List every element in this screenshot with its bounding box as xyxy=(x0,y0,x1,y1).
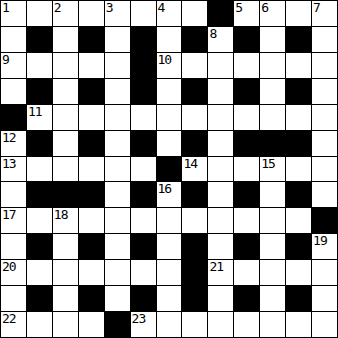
black-cell-r7c9 xyxy=(234,182,259,207)
cell-r4c7[interactable] xyxy=(182,105,207,130)
black-cell-r7c1 xyxy=(27,182,52,207)
cell-r9c6[interactable] xyxy=(157,234,182,259)
cell-r2c12[interactable] xyxy=(312,53,337,78)
clue-number-21: 21 xyxy=(209,260,223,273)
cell-r7c12[interactable] xyxy=(312,182,337,207)
clue-number-10: 10 xyxy=(158,53,172,66)
cell-r5c6[interactable] xyxy=(157,131,182,156)
cell-r12c11[interactable] xyxy=(286,312,311,337)
cell-r1c10[interactable] xyxy=(260,27,285,52)
cell-r3c2[interactable] xyxy=(53,79,78,104)
cell-r8c2[interactable]: 18 xyxy=(53,208,78,233)
cell-r8c0[interactable]: 17 xyxy=(1,208,26,233)
black-cell-r1c11 xyxy=(286,27,311,52)
black-cell-r11c1 xyxy=(27,286,52,311)
crossword-board: 1234567891011121314151617181920212223 xyxy=(0,0,338,338)
cell-r6c3[interactable] xyxy=(79,157,104,182)
cell-r4c5[interactable] xyxy=(131,105,156,130)
cell-r8c9[interactable] xyxy=(234,208,259,233)
black-cell-r3c3 xyxy=(79,79,104,104)
cell-r8c7[interactable] xyxy=(182,208,207,233)
cell-r5c4[interactable] xyxy=(105,131,130,156)
cell-r11c4[interactable] xyxy=(105,286,130,311)
cell-r7c10[interactable] xyxy=(260,182,285,207)
cell-r9c4[interactable] xyxy=(105,234,130,259)
cell-r4c11[interactable] xyxy=(286,105,311,130)
black-cell-r9c7 xyxy=(182,234,207,259)
black-cell-r5c11 xyxy=(286,131,311,156)
cell-r2c0[interactable]: 9 xyxy=(1,53,26,78)
clue-number-11: 11 xyxy=(28,105,42,118)
cell-r10c10[interactable] xyxy=(260,260,285,285)
cell-r12c3[interactable] xyxy=(79,312,104,337)
cell-r11c12[interactable] xyxy=(312,286,337,311)
cell-r0c6[interactable]: 4 xyxy=(157,1,182,26)
black-cell-r9c1 xyxy=(27,234,52,259)
black-cell-r1c9 xyxy=(234,27,259,52)
cell-r7c4[interactable] xyxy=(105,182,130,207)
black-cell-r7c7 xyxy=(182,182,207,207)
clue-number-23: 23 xyxy=(132,312,146,325)
black-cell-r7c2 xyxy=(53,182,78,207)
cell-r7c0[interactable] xyxy=(1,182,26,207)
cell-r8c1[interactable] xyxy=(27,208,52,233)
cell-r10c0[interactable]: 20 xyxy=(1,260,26,285)
cell-r12c1[interactable] xyxy=(27,312,52,337)
black-cell-r3c9 xyxy=(234,79,259,104)
cell-r5c2[interactable] xyxy=(53,131,78,156)
black-cell-r9c11 xyxy=(286,234,311,259)
cell-r9c0[interactable] xyxy=(1,234,26,259)
cell-r0c4[interactable]: 3 xyxy=(105,1,130,26)
black-cell-r9c9 xyxy=(234,234,259,259)
cell-r12c8[interactable] xyxy=(208,312,233,337)
black-cell-r3c7 xyxy=(182,79,207,104)
cell-r11c0[interactable] xyxy=(1,286,26,311)
cell-r10c9[interactable] xyxy=(234,260,259,285)
cell-r2c4[interactable] xyxy=(105,53,130,78)
black-cell-r5c10 xyxy=(260,131,285,156)
cell-r2c9[interactable] xyxy=(234,53,259,78)
cell-r2c1[interactable] xyxy=(27,53,52,78)
clue-number-7: 7 xyxy=(313,1,320,14)
clue-number-8: 8 xyxy=(209,27,216,40)
cell-r3c10[interactable] xyxy=(260,79,285,104)
cell-r4c1[interactable]: 11 xyxy=(27,105,52,130)
cell-r2c11[interactable] xyxy=(286,53,311,78)
cell-r6c10[interactable]: 15 xyxy=(260,157,285,182)
cell-r2c10[interactable] xyxy=(260,53,285,78)
black-cell-r7c3 xyxy=(79,182,104,207)
black-cell-r1c5 xyxy=(131,27,156,52)
cell-r0c2[interactable]: 2 xyxy=(53,1,78,26)
black-cell-r1c7 xyxy=(182,27,207,52)
black-cell-r4c0 xyxy=(1,105,26,130)
cell-r10c6[interactable] xyxy=(157,260,182,285)
black-cell-r1c3 xyxy=(79,27,104,52)
clue-number-14: 14 xyxy=(183,157,197,170)
clue-number-13: 13 xyxy=(2,157,16,170)
cell-r8c11[interactable] xyxy=(286,208,311,233)
clue-number-18: 18 xyxy=(54,208,68,221)
black-cell-r9c3 xyxy=(79,234,104,259)
clue-number-3: 3 xyxy=(106,1,113,14)
cell-r4c10[interactable] xyxy=(260,105,285,130)
cell-r0c10[interactable]: 6 xyxy=(260,1,285,26)
cell-r12c7[interactable] xyxy=(182,312,207,337)
cell-r6c9[interactable] xyxy=(234,157,259,182)
black-cell-r5c3 xyxy=(79,131,104,156)
cell-r1c8[interactable]: 8 xyxy=(208,27,233,52)
cell-r6c2[interactable] xyxy=(53,157,78,182)
cell-r4c8[interactable] xyxy=(208,105,233,130)
cell-r6c4[interactable] xyxy=(105,157,130,182)
cell-r0c9[interactable]: 5 xyxy=(234,1,259,26)
black-cell-r10c7 xyxy=(182,260,207,285)
cell-r10c2[interactable] xyxy=(53,260,78,285)
black-cell-r11c11 xyxy=(286,286,311,311)
cell-r2c3[interactable] xyxy=(79,53,104,78)
cell-r2c2[interactable] xyxy=(53,53,78,78)
cell-r10c8[interactable]: 21 xyxy=(208,260,233,285)
clue-number-2: 2 xyxy=(54,1,61,14)
black-cell-r1c1 xyxy=(27,27,52,52)
cell-r5c0[interactable]: 12 xyxy=(1,131,26,156)
cell-r12c2[interactable] xyxy=(53,312,78,337)
cell-r6c11[interactable] xyxy=(286,157,311,182)
clue-number-16: 16 xyxy=(158,182,172,195)
cell-r12c6[interactable] xyxy=(157,312,182,337)
cell-r10c3[interactable] xyxy=(79,260,104,285)
cell-r2c7[interactable] xyxy=(182,53,207,78)
black-cell-r6c6 xyxy=(157,157,182,182)
clue-number-6: 6 xyxy=(261,1,268,14)
clue-number-20: 20 xyxy=(2,260,16,273)
cell-r8c8[interactable] xyxy=(208,208,233,233)
cell-r3c0[interactable] xyxy=(1,79,26,104)
cell-r10c12[interactable] xyxy=(312,260,337,285)
cell-r1c6[interactable] xyxy=(157,27,182,52)
cell-r6c5[interactable] xyxy=(131,157,156,182)
cell-r9c8[interactable] xyxy=(208,234,233,259)
cell-r6c12[interactable] xyxy=(312,157,337,182)
black-cell-r11c5 xyxy=(131,286,156,311)
cell-r4c3[interactable] xyxy=(79,105,104,130)
cell-r6c0[interactable]: 13 xyxy=(1,157,26,182)
cell-r5c8[interactable] xyxy=(208,131,233,156)
cell-r1c4[interactable] xyxy=(105,27,130,52)
black-cell-r11c3 xyxy=(79,286,104,311)
black-cell-r3c5 xyxy=(131,79,156,104)
black-cell-r11c9 xyxy=(234,286,259,311)
black-cell-r0c8 xyxy=(208,1,233,26)
cell-r0c3[interactable] xyxy=(79,1,104,26)
cell-r0c5[interactable] xyxy=(131,1,156,26)
black-cell-r5c5 xyxy=(131,131,156,156)
cell-r3c6[interactable] xyxy=(157,79,182,104)
cell-r12c5[interactable]: 23 xyxy=(131,312,156,337)
cell-r0c0[interactable]: 1 xyxy=(1,1,26,26)
cell-r9c2[interactable] xyxy=(53,234,78,259)
cell-r8c6[interactable] xyxy=(157,208,182,233)
black-cell-r8c12 xyxy=(312,208,337,233)
cell-r4c6[interactable] xyxy=(157,105,182,130)
clue-number-12: 12 xyxy=(2,131,16,144)
clue-number-15: 15 xyxy=(261,157,275,170)
black-cell-r12c4 xyxy=(105,312,130,337)
cell-r4c2[interactable] xyxy=(53,105,78,130)
cell-r0c11[interactable] xyxy=(286,1,311,26)
cell-r8c3[interactable] xyxy=(79,208,104,233)
cell-r4c4[interactable] xyxy=(105,105,130,130)
cell-r11c2[interactable] xyxy=(53,286,78,311)
black-cell-r3c1 xyxy=(27,79,52,104)
cell-r2c8[interactable] xyxy=(208,53,233,78)
black-cell-r5c9 xyxy=(234,131,259,156)
clue-number-22: 22 xyxy=(2,312,16,325)
cell-r7c8[interactable] xyxy=(208,182,233,207)
cell-r0c1[interactable] xyxy=(27,1,52,26)
cell-r8c10[interactable] xyxy=(260,208,285,233)
cell-r11c8[interactable] xyxy=(208,286,233,311)
black-cell-r7c5 xyxy=(131,182,156,207)
black-cell-r9c5 xyxy=(131,234,156,259)
cell-r1c12[interactable] xyxy=(312,27,337,52)
cell-r8c4[interactable] xyxy=(105,208,130,233)
cell-r9c12[interactable]: 19 xyxy=(312,234,337,259)
cell-r9c10[interactable] xyxy=(260,234,285,259)
cell-r3c4[interactable] xyxy=(105,79,130,104)
black-cell-r2c5 xyxy=(131,53,156,78)
black-cell-r11c7 xyxy=(182,286,207,311)
black-cell-r5c7 xyxy=(182,131,207,156)
cell-r3c8[interactable] xyxy=(208,79,233,104)
cell-r10c4[interactable] xyxy=(105,260,130,285)
cell-r0c12[interactable]: 7 xyxy=(312,1,337,26)
cell-r1c0[interactable] xyxy=(1,27,26,52)
cell-r10c11[interactable] xyxy=(286,260,311,285)
clue-number-5: 5 xyxy=(235,1,242,14)
cell-r6c1[interactable] xyxy=(27,157,52,182)
cell-r3c12[interactable] xyxy=(312,79,337,104)
cell-r6c8[interactable] xyxy=(208,157,233,182)
cell-r10c5[interactable] xyxy=(131,260,156,285)
cell-r4c12[interactable] xyxy=(312,105,337,130)
cell-r12c12[interactable] xyxy=(312,312,337,337)
cell-r1c2[interactable] xyxy=(53,27,78,52)
cell-r7c6[interactable]: 16 xyxy=(157,182,182,207)
clue-number-17: 17 xyxy=(2,208,16,221)
black-cell-r7c11 xyxy=(286,182,311,207)
cell-r10c1[interactable] xyxy=(27,260,52,285)
black-cell-r3c11 xyxy=(286,79,311,104)
clue-number-4: 4 xyxy=(158,1,165,14)
cell-r11c6[interactable] xyxy=(157,286,182,311)
cell-r12c9[interactable] xyxy=(234,312,259,337)
cell-r2c6[interactable]: 10 xyxy=(157,53,182,78)
cell-r6c7[interactable]: 14 xyxy=(182,157,207,182)
clue-number-1: 1 xyxy=(2,1,9,14)
clue-number-19: 19 xyxy=(313,234,327,247)
clue-number-9: 9 xyxy=(2,53,9,66)
cell-r5c12[interactable] xyxy=(312,131,337,156)
cell-r8c5[interactable] xyxy=(131,208,156,233)
cell-r12c10[interactable] xyxy=(260,312,285,337)
cell-r12c0[interactable]: 22 xyxy=(1,312,26,337)
cell-r11c10[interactable] xyxy=(260,286,285,311)
cell-r4c9[interactable] xyxy=(234,105,259,130)
cell-r0c7[interactable] xyxy=(182,1,207,26)
black-cell-r5c1 xyxy=(27,131,52,156)
